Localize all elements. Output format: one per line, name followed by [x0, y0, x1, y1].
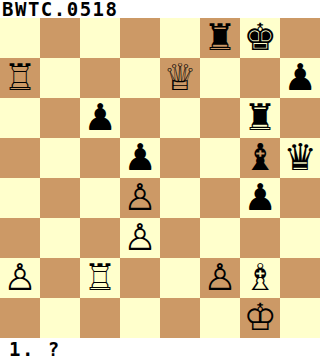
- chess-board: ♜♚♖♕♟♟♜♟♝♛♙♟♙♙♖♙♗♔: [0, 18, 320, 338]
- square-d4[interactable]: ♙: [120, 178, 160, 218]
- square-d1[interactable]: [120, 298, 160, 338]
- square-e1[interactable]: [160, 298, 200, 338]
- square-h5[interactable]: ♛: [280, 138, 320, 178]
- square-a8[interactable]: [0, 18, 40, 58]
- square-h2[interactable]: [280, 258, 320, 298]
- piece-white-queen: ♕: [163, 58, 196, 98]
- square-h7[interactable]: ♟: [280, 58, 320, 98]
- piece-black-pawn: ♟: [283, 58, 316, 98]
- square-h8[interactable]: [280, 18, 320, 58]
- square-e2[interactable]: [160, 258, 200, 298]
- piece-black-rook: ♜: [203, 18, 236, 58]
- piece-black-king: ♚: [243, 18, 276, 58]
- square-g6[interactable]: ♜: [240, 98, 280, 138]
- square-a1[interactable]: [0, 298, 40, 338]
- square-f3[interactable]: [200, 218, 240, 258]
- square-e4[interactable]: [160, 178, 200, 218]
- square-h4[interactable]: [280, 178, 320, 218]
- square-a6[interactable]: [0, 98, 40, 138]
- square-c6[interactable]: ♟: [80, 98, 120, 138]
- piece-white-pawn: ♙: [3, 258, 36, 298]
- square-c2[interactable]: ♖: [80, 258, 120, 298]
- square-f2[interactable]: ♙: [200, 258, 240, 298]
- square-g7[interactable]: [240, 58, 280, 98]
- square-f8[interactable]: ♜: [200, 18, 240, 58]
- square-f6[interactable]: [200, 98, 240, 138]
- square-b6[interactable]: [40, 98, 80, 138]
- square-d7[interactable]: [120, 58, 160, 98]
- piece-black-pawn: ♟: [243, 178, 276, 218]
- square-a2[interactable]: ♙: [0, 258, 40, 298]
- square-b2[interactable]: [40, 258, 80, 298]
- square-g8[interactable]: ♚: [240, 18, 280, 58]
- piece-white-king: ♔: [243, 298, 276, 338]
- piece-black-rook: ♜: [243, 98, 276, 138]
- square-d5[interactable]: ♟: [120, 138, 160, 178]
- square-a3[interactable]: [0, 218, 40, 258]
- square-c3[interactable]: [80, 218, 120, 258]
- piece-white-pawn: ♙: [203, 258, 236, 298]
- square-e7[interactable]: ♕: [160, 58, 200, 98]
- square-b1[interactable]: [40, 298, 80, 338]
- square-h6[interactable]: [280, 98, 320, 138]
- square-h1[interactable]: [280, 298, 320, 338]
- square-a4[interactable]: [0, 178, 40, 218]
- square-c7[interactable]: [80, 58, 120, 98]
- square-d3[interactable]: ♙: [120, 218, 160, 258]
- square-e8[interactable]: [160, 18, 200, 58]
- piece-black-pawn: ♟: [83, 98, 116, 138]
- square-h3[interactable]: [280, 218, 320, 258]
- square-f5[interactable]: [200, 138, 240, 178]
- square-b8[interactable]: [40, 18, 80, 58]
- square-f7[interactable]: [200, 58, 240, 98]
- piece-white-rook: ♖: [3, 58, 36, 98]
- square-a5[interactable]: [0, 138, 40, 178]
- square-d8[interactable]: [120, 18, 160, 58]
- piece-white-pawn: ♙: [123, 218, 156, 258]
- piece-white-pawn: ♙: [123, 178, 156, 218]
- square-c1[interactable]: [80, 298, 120, 338]
- chess-puzzle-diagram: BWTC.0518 ♜♚♖♕♟♟♜♟♝♛♙♟♙♙♖♙♗♔ 1. ?: [0, 0, 320, 360]
- square-e5[interactable]: [160, 138, 200, 178]
- square-f1[interactable]: [200, 298, 240, 338]
- square-c4[interactable]: [80, 178, 120, 218]
- move-prompt: 1. ?: [0, 338, 320, 360]
- square-g2[interactable]: ♗: [240, 258, 280, 298]
- square-b4[interactable]: [40, 178, 80, 218]
- square-e6[interactable]: [160, 98, 200, 138]
- piece-black-queen: ♛: [283, 138, 316, 178]
- square-g5[interactable]: ♝: [240, 138, 280, 178]
- square-b7[interactable]: [40, 58, 80, 98]
- piece-white-bishop: ♗: [243, 258, 276, 298]
- square-d6[interactable]: [120, 98, 160, 138]
- piece-black-pawn: ♟: [123, 138, 156, 178]
- piece-white-rook: ♖: [83, 258, 116, 298]
- square-g3[interactable]: [240, 218, 280, 258]
- square-d2[interactable]: [120, 258, 160, 298]
- square-g1[interactable]: ♔: [240, 298, 280, 338]
- piece-black-bishop: ♝: [243, 138, 276, 178]
- square-c8[interactable]: [80, 18, 120, 58]
- square-c5[interactable]: [80, 138, 120, 178]
- square-g4[interactable]: ♟: [240, 178, 280, 218]
- square-b3[interactable]: [40, 218, 80, 258]
- square-e3[interactable]: [160, 218, 200, 258]
- square-b5[interactable]: [40, 138, 80, 178]
- square-f4[interactable]: [200, 178, 240, 218]
- square-a7[interactable]: ♖: [0, 58, 40, 98]
